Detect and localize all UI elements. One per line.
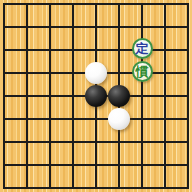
annotation-label[interactable]: 定 bbox=[132, 38, 153, 59]
stone-white[interactable] bbox=[85, 62, 107, 84]
grid-line-horizontal bbox=[3, 164, 189, 166]
grid-line-vertical bbox=[164, 3, 166, 189]
grid-line-vertical bbox=[141, 3, 143, 189]
annotation-label[interactable]: 慣 bbox=[132, 61, 153, 82]
grid-line-vertical bbox=[187, 3, 189, 189]
grid-line-horizontal bbox=[3, 118, 189, 120]
stone-white[interactable] bbox=[108, 108, 130, 130]
grid-line-horizontal bbox=[3, 141, 189, 143]
stone-black[interactable] bbox=[108, 85, 130, 107]
grid-line-horizontal bbox=[3, 187, 189, 189]
go-board[interactable]: 定慣 bbox=[0, 0, 192, 192]
stone-black[interactable] bbox=[85, 85, 107, 107]
